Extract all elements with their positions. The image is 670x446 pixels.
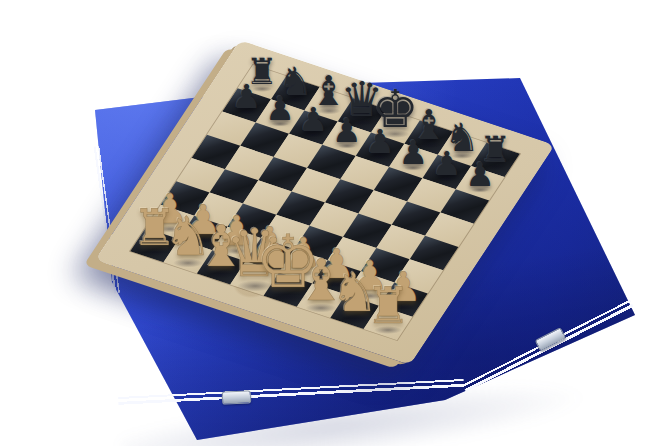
- piece-black-pawn-g7[interactable]: ♟: [432, 147, 462, 180]
- piece-black-pawn-a7[interactable]: ♟: [232, 80, 262, 113]
- piece-black-pawn-b7[interactable]: ♟: [265, 92, 295, 125]
- piece-white-rook-h1[interactable]: ♜: [366, 281, 411, 331]
- piece-black-pawn-c7[interactable]: ♟: [299, 103, 329, 136]
- scene: ♜♞♝♛♚♝♞♜♟♟♟♟♟♟♟♟♟♟♟♟♟♟♟♟♜♞♝♛♚♝♞♜: [0, 0, 670, 446]
- piece-black-pawn-f7[interactable]: ♟: [399, 136, 429, 169]
- piece-black-pawn-d7[interactable]: ♟: [332, 114, 362, 147]
- piece-black-pawn-h7[interactable]: ♟: [465, 158, 495, 191]
- piece-black-pawn-e7[interactable]: ♟: [365, 125, 395, 158]
- pieces-layer: ♜♞♝♛♚♝♞♜♟♟♟♟♟♟♟♟♟♟♟♟♟♟♟♟♜♞♝♛♚♝♞♜: [0, 0, 670, 446]
